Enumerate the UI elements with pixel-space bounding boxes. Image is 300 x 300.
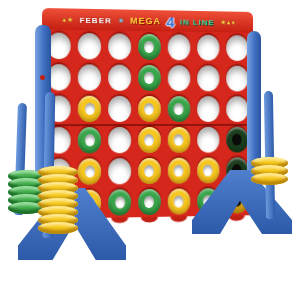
board-cell xyxy=(164,62,194,93)
board-cell xyxy=(75,30,106,62)
board-seam xyxy=(42,124,253,126)
board-cell xyxy=(135,93,166,124)
empty-hole xyxy=(197,34,219,60)
right-pole xyxy=(264,91,275,219)
board-cell xyxy=(105,62,136,93)
empty-hole xyxy=(226,96,248,122)
brand-logo: FEBER xyxy=(79,16,111,26)
board-cell xyxy=(75,61,106,93)
yellow-ring-stack-left xyxy=(38,166,78,234)
board-cell xyxy=(135,186,166,217)
disc-green xyxy=(138,188,161,214)
disc-green xyxy=(168,96,191,122)
board-cell xyxy=(194,93,224,124)
empty-hole xyxy=(78,32,101,59)
disc-yellow xyxy=(138,95,161,121)
empty-hole xyxy=(108,158,131,184)
empty-hole xyxy=(226,35,248,61)
empty-hole xyxy=(108,33,131,59)
yellow-ring xyxy=(251,173,288,185)
empty-hole xyxy=(197,96,219,122)
board-cell xyxy=(135,124,166,155)
board-cell xyxy=(105,155,136,186)
confetti-decoration: ▲★ xyxy=(61,17,73,23)
board-cell xyxy=(105,124,136,155)
empty-hole xyxy=(48,64,72,91)
banner-title-4: 4 xyxy=(166,14,174,31)
disc-green xyxy=(226,126,248,152)
empty-hole xyxy=(108,64,131,90)
yellow-ring xyxy=(38,222,78,234)
board-cell xyxy=(135,155,166,186)
board-cell xyxy=(164,155,194,186)
disc-green xyxy=(138,33,161,59)
disc-yellow xyxy=(168,188,191,214)
empty-hole xyxy=(226,65,248,91)
board-cell xyxy=(194,62,224,93)
disc-green xyxy=(138,64,161,90)
confetti-decoration: ★ xyxy=(118,18,123,24)
empty-hole xyxy=(197,126,219,152)
board-cell xyxy=(194,155,224,186)
disc-green xyxy=(78,127,101,153)
board-cell xyxy=(164,185,194,216)
board-cell xyxy=(75,93,106,124)
empty-hole xyxy=(108,127,131,153)
empty-hole xyxy=(168,34,191,60)
board-cell xyxy=(105,30,136,62)
banner-title-inline: IN LINE xyxy=(180,18,215,28)
empty-hole xyxy=(108,95,131,121)
empty-hole xyxy=(48,32,72,59)
board-cell xyxy=(164,124,194,155)
board-cell xyxy=(164,93,194,124)
board-cell xyxy=(194,124,224,155)
board-cell xyxy=(75,124,106,155)
empty-hole xyxy=(197,65,219,91)
product-photo: ▲★ FEBER ★ MEGA 4 IN LINE ★▲● xyxy=(0,0,300,300)
disc-yellow xyxy=(138,126,161,152)
disc-yellow xyxy=(78,158,101,184)
empty-hole xyxy=(168,65,191,91)
empty-hole xyxy=(78,64,101,90)
disc-green xyxy=(108,189,131,215)
banner-title-mega: MEGA xyxy=(130,16,161,27)
board-cell xyxy=(164,31,194,62)
confetti-decoration: ★▲● xyxy=(221,20,235,26)
board-cell xyxy=(135,31,166,62)
disc-yellow xyxy=(168,126,191,152)
yellow-ring-stack-right xyxy=(251,157,288,185)
board-cell xyxy=(105,93,136,124)
disc-yellow xyxy=(138,157,161,183)
board-cell xyxy=(75,155,106,187)
disc-yellow xyxy=(197,157,219,183)
board-cell xyxy=(194,32,224,63)
disc-yellow xyxy=(168,157,191,183)
disc-yellow xyxy=(78,95,101,121)
board-cell xyxy=(135,62,166,93)
board-cell xyxy=(105,186,136,218)
